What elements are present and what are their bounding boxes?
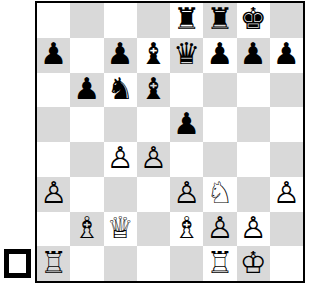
black-pawn-icon[interactable]: ♟	[206, 39, 233, 69]
white-pawn-icon[interactable]: ♙	[273, 178, 300, 208]
square-g2[interactable]: ♙	[237, 212, 270, 247]
square-a2[interactable]	[37, 212, 70, 247]
square-c2[interactable]: ♕	[104, 212, 137, 247]
square-a4[interactable]	[37, 142, 70, 177]
square-a1[interactable]: ♖	[37, 246, 70, 281]
black-pawn-icon[interactable]: ♟	[107, 39, 134, 69]
black-knight-icon[interactable]: ♞	[107, 74, 134, 104]
black-bishop-icon[interactable]: ♝	[140, 74, 167, 104]
square-b3[interactable]	[70, 177, 103, 212]
square-h4[interactable]	[270, 142, 303, 177]
square-c5[interactable]	[104, 107, 137, 142]
square-h6[interactable]	[270, 73, 303, 108]
square-b7[interactable]	[70, 38, 103, 73]
square-h8[interactable]	[270, 3, 303, 38]
square-c4[interactable]: ♙	[104, 142, 137, 177]
square-d1[interactable]	[137, 246, 170, 281]
white-queen-icon[interactable]: ♕	[107, 213, 134, 243]
square-c7[interactable]: ♟	[104, 38, 137, 73]
square-c6[interactable]: ♞	[104, 73, 137, 108]
white-pawn-icon[interactable]: ♙	[140, 143, 167, 173]
white-pawn-icon[interactable]: ♙	[40, 178, 67, 208]
square-d4[interactable]: ♙	[137, 142, 170, 177]
chess-board: ♜♜♚♟♟♝♛♟♟♟♟♞♝♟♙♙♙♙♘♙♗♕♗♙♙♖♖♔	[35, 1, 305, 283]
black-queen-icon[interactable]: ♛	[173, 39, 200, 69]
square-e1[interactable]	[170, 246, 203, 281]
square-a7[interactable]: ♟	[37, 38, 70, 73]
square-g1[interactable]: ♔	[237, 246, 270, 281]
black-pawn-icon[interactable]: ♟	[240, 39, 267, 69]
square-e3[interactable]: ♙	[170, 177, 203, 212]
square-e8[interactable]: ♜	[170, 3, 203, 38]
square-e6[interactable]	[170, 73, 203, 108]
square-g4[interactable]	[237, 142, 270, 177]
square-f8[interactable]: ♜	[203, 3, 236, 38]
black-pawn-icon[interactable]: ♟	[73, 74, 100, 104]
square-e4[interactable]	[170, 142, 203, 177]
black-bishop-icon[interactable]: ♝	[140, 39, 167, 69]
white-rook-icon[interactable]: ♖	[40, 248, 67, 278]
black-rook-icon[interactable]: ♜	[173, 4, 200, 34]
square-d8[interactable]	[137, 3, 170, 38]
black-king-icon[interactable]: ♚	[240, 4, 267, 34]
square-g7[interactable]: ♟	[237, 38, 270, 73]
white-knight-icon[interactable]: ♘	[206, 178, 233, 208]
square-f1[interactable]: ♖	[203, 246, 236, 281]
square-b4[interactable]	[70, 142, 103, 177]
square-d5[interactable]	[137, 107, 170, 142]
square-f4[interactable]	[203, 142, 236, 177]
square-b8[interactable]	[70, 3, 103, 38]
square-g3[interactable]	[237, 177, 270, 212]
square-b2[interactable]: ♗	[70, 212, 103, 247]
square-e5[interactable]: ♟	[170, 107, 203, 142]
square-f2[interactable]: ♙	[203, 212, 236, 247]
black-pawn-icon[interactable]: ♟	[173, 109, 200, 139]
white-to-move-indicator	[4, 249, 31, 278]
white-pawn-icon[interactable]: ♙	[107, 143, 134, 173]
white-pawn-icon[interactable]: ♙	[173, 178, 200, 208]
square-f5[interactable]	[203, 107, 236, 142]
black-pawn-icon[interactable]: ♟	[40, 39, 67, 69]
square-a5[interactable]	[37, 107, 70, 142]
square-g6[interactable]	[237, 73, 270, 108]
square-h2[interactable]	[270, 212, 303, 247]
square-b1[interactable]	[70, 246, 103, 281]
black-pawn-icon[interactable]: ♟	[273, 39, 300, 69]
square-a8[interactable]	[37, 3, 70, 38]
square-c1[interactable]	[104, 246, 137, 281]
square-e7[interactable]: ♛	[170, 38, 203, 73]
square-c8[interactable]	[104, 3, 137, 38]
white-rook-icon[interactable]: ♖	[206, 248, 233, 278]
white-king-icon[interactable]: ♔	[240, 248, 267, 278]
black-rook-icon[interactable]: ♜	[206, 4, 233, 34]
square-d3[interactable]	[137, 177, 170, 212]
square-d2[interactable]	[137, 212, 170, 247]
square-f3[interactable]: ♘	[203, 177, 236, 212]
square-e2[interactable]: ♗	[170, 212, 203, 247]
square-a6[interactable]	[37, 73, 70, 108]
square-f6[interactable]	[203, 73, 236, 108]
square-f7[interactable]: ♟	[203, 38, 236, 73]
square-h3[interactable]: ♙	[270, 177, 303, 212]
square-d7[interactable]: ♝	[137, 38, 170, 73]
white-bishop-icon[interactable]: ♗	[73, 213, 100, 243]
square-g8[interactable]: ♚	[237, 3, 270, 38]
white-pawn-icon[interactable]: ♙	[240, 213, 267, 243]
white-pawn-icon[interactable]: ♙	[206, 213, 233, 243]
square-b6[interactable]: ♟	[70, 73, 103, 108]
square-d6[interactable]: ♝	[137, 73, 170, 108]
square-h1[interactable]	[270, 246, 303, 281]
square-g5[interactable]	[237, 107, 270, 142]
white-bishop-icon[interactable]: ♗	[173, 213, 200, 243]
square-c3[interactable]	[104, 177, 137, 212]
square-b5[interactable]	[70, 107, 103, 142]
square-a3[interactable]: ♙	[37, 177, 70, 212]
square-h7[interactable]: ♟	[270, 38, 303, 73]
square-h5[interactable]	[270, 107, 303, 142]
